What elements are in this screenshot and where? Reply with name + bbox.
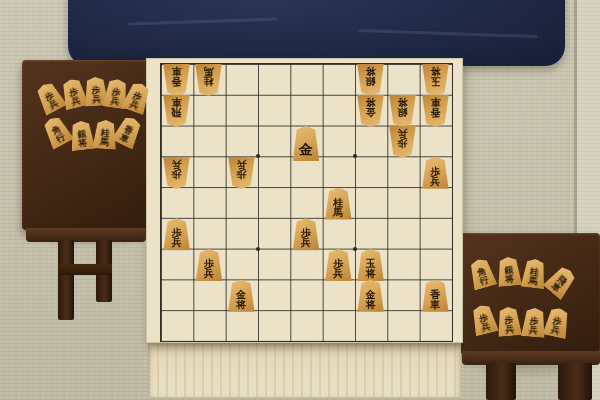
cell-r7c5[interactable]: [290, 249, 322, 280]
cell-r7c1[interactable]: [161, 249, 193, 280]
cell-r3c4[interactable]: [258, 126, 290, 157]
kanji-glyph: 兵: [398, 128, 408, 138]
kanji-glyph: 馬: [204, 66, 214, 76]
kanji-glyph: 香: [430, 107, 440, 117]
kanji-glyph: 兵: [110, 96, 120, 106]
kanji-glyph: 馬: [333, 208, 343, 218]
cell-r8c8[interactable]: [387, 279, 419, 310]
shogi-board[interactable]: [146, 58, 463, 343]
kanji-glyph: 兵: [528, 325, 538, 335]
kanji-glyph: 兵: [236, 159, 246, 169]
kanji-glyph: 歩: [398, 138, 408, 148]
cell-r5c3[interactable]: [226, 187, 258, 218]
cell-r4c7[interactable]: [355, 156, 387, 187]
cell-r7c8[interactable]: [387, 249, 419, 280]
cell-r4c6[interactable]: [323, 156, 355, 187]
cell-r9c8[interactable]: [387, 310, 419, 341]
cell-r9c9[interactable]: [420, 310, 452, 341]
kanji-glyph: 兵: [480, 321, 491, 332]
cell-r4c5[interactable]: [290, 156, 322, 187]
cell-r2c3[interactable]: [226, 95, 258, 126]
kanji-glyph: 兵: [430, 177, 440, 187]
cell-r3c6[interactable]: [323, 126, 355, 157]
kanji-glyph: 兵: [550, 324, 561, 335]
cushion-crease: [128, 17, 278, 25]
kanji-glyph: 兵: [204, 269, 214, 279]
kanji-glyph: 兵: [505, 324, 515, 334]
cell-r2c4[interactable]: [258, 95, 290, 126]
cell-r3c7[interactable]: [355, 126, 387, 157]
kanji-glyph: 玉: [430, 76, 440, 86]
cell-r9c2[interactable]: [193, 310, 225, 341]
kanji-glyph: 香: [172, 76, 182, 86]
cell-r1c3[interactable]: [226, 64, 258, 95]
kanji-glyph: 兵: [70, 95, 81, 106]
cell-r8c5[interactable]: [290, 279, 322, 310]
kanji-glyph: 車: [430, 97, 440, 107]
cell-r7c9[interactable]: [420, 249, 452, 280]
cell-r4c2[interactable]: [193, 156, 225, 187]
cell-r2c2[interactable]: [193, 95, 225, 126]
cell-r8c2[interactable]: [193, 279, 225, 310]
kanji-glyph: 車: [172, 97, 182, 107]
hoshi-dot: [353, 154, 357, 158]
cell-r2c5[interactable]: [290, 95, 322, 126]
cell-r9c3[interactable]: [226, 310, 258, 341]
cell-r6c4[interactable]: [258, 218, 290, 249]
cell-r7c3[interactable]: [226, 249, 258, 280]
kanji-glyph: 将: [78, 138, 88, 148]
kanji-glyph: 馬: [528, 276, 538, 286]
cell-r9c5[interactable]: [290, 310, 322, 341]
cell-r6c8[interactable]: [387, 218, 419, 249]
cell-r1c8[interactable]: [387, 64, 419, 95]
cell-r3c1[interactable]: [161, 126, 193, 157]
cell-r5c5[interactable]: [290, 187, 322, 218]
kanji-glyph: 将: [366, 269, 376, 279]
cell-r3c3[interactable]: [226, 126, 258, 157]
kanji-glyph: 将: [398, 97, 408, 107]
kanji-glyph: 兵: [172, 159, 182, 169]
cell-r9c1[interactable]: [161, 310, 193, 341]
kanji-glyph: 金: [299, 142, 313, 156]
kanji-glyph: 兵: [333, 269, 343, 279]
cell-r9c6[interactable]: [323, 310, 355, 341]
cell-r8c1[interactable]: [161, 279, 193, 310]
board-front-side: [148, 341, 461, 397]
kanji-glyph: 馬: [100, 137, 110, 147]
kanji-glyph: 桂: [333, 198, 343, 208]
kanji-glyph: 行: [479, 275, 490, 286]
cell-r8c4[interactable]: [258, 279, 290, 310]
cell-r6c2[interactable]: [193, 218, 225, 249]
kanji-glyph: 将: [236, 300, 246, 310]
hoshi-dot: [256, 154, 260, 158]
kanji-glyph: 兵: [48, 98, 60, 110]
kanji-glyph: 将: [430, 66, 440, 76]
kanji-glyph: 将: [366, 97, 376, 107]
cushion-crease: [358, 29, 538, 38]
cell-r1c6[interactable]: [323, 64, 355, 95]
kanji-glyph: 銀: [398, 107, 408, 117]
cell-r6c6[interactable]: [323, 218, 355, 249]
kanji-glyph: 兵: [172, 238, 182, 248]
hoshi-dot: [353, 247, 357, 251]
cell-r7c4[interactable]: [258, 249, 290, 280]
cell-r3c9[interactable]: [420, 126, 452, 157]
cell-r1c4[interactable]: [258, 64, 290, 95]
kanji-glyph: 飛: [172, 107, 182, 117]
kanji-glyph: 歩: [236, 169, 246, 179]
cell-r1c5[interactable]: [290, 64, 322, 95]
cell-r9c4[interactable]: [258, 310, 290, 341]
cell-r8c6[interactable]: [323, 279, 355, 310]
zabuton-cushion: [68, 0, 565, 66]
right-komadai-leg: [486, 363, 516, 400]
kanji-glyph: 行: [55, 132, 67, 144]
kanji-glyph: 将: [366, 300, 376, 310]
kanji-glyph: 歩: [172, 169, 182, 179]
cell-r6c7[interactable]: [355, 218, 387, 249]
kanji-glyph: 銀: [366, 76, 376, 86]
cell-r2c6[interactable]: [323, 95, 355, 126]
cell-r4c4[interactable]: [258, 156, 290, 187]
kanji-glyph: 車: [118, 132, 130, 144]
cell-r6c3[interactable]: [226, 218, 258, 249]
kanji-glyph: 兵: [92, 94, 102, 104]
right-komadai-leg: [558, 363, 592, 400]
kanji-glyph: 車: [430, 300, 440, 310]
cell-r5c1[interactable]: [161, 187, 193, 218]
left-komadai-edge: [26, 228, 146, 242]
hoshi-dot: [256, 247, 260, 251]
cell-r3c2[interactable]: [193, 126, 225, 157]
cell-r5c4[interactable]: [258, 187, 290, 218]
left-komadai-rail: [58, 264, 112, 275]
left-komadai-leg: [58, 240, 74, 320]
kanji-glyph: 金: [366, 107, 376, 117]
cell-r9c7[interactable]: [355, 310, 387, 341]
cell-r5c2[interactable]: [193, 187, 225, 218]
kanji-glyph: 車: [172, 66, 182, 76]
kanji-glyph: 兵: [301, 238, 311, 248]
cell-r6c9[interactable]: [420, 218, 452, 249]
shogi-scene: 香車桂馬銀将玉将飛車金将銀将香車歩兵歩兵歩兵金歩兵桂馬歩兵歩兵歩兵歩兵玉将金将金…: [0, 0, 600, 400]
cell-r5c8[interactable]: [387, 187, 419, 218]
kanji-glyph: 将: [505, 274, 515, 284]
kanji-glyph: 兵: [128, 99, 140, 111]
cell-r5c9[interactable]: [420, 187, 452, 218]
kanji-glyph: 桂: [204, 76, 214, 86]
cell-r5c7[interactable]: [355, 187, 387, 218]
kanji-glyph: 将: [366, 66, 376, 76]
cell-r4c8[interactable]: [387, 156, 419, 187]
